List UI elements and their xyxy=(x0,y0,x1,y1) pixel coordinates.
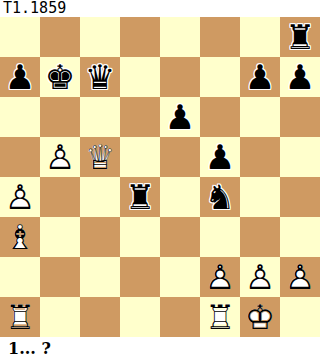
square-e6[interactable]: ♟ xyxy=(160,97,200,137)
square-g7[interactable]: ♟ xyxy=(240,57,280,97)
square-c3[interactable] xyxy=(80,217,120,257)
square-f1[interactable]: ♜♖ xyxy=(200,297,240,337)
square-d4[interactable]: ♜ xyxy=(120,177,160,217)
king-outline-icon: ♔ xyxy=(240,297,280,337)
piece-black-pawn[interactable]: ♟ xyxy=(200,137,240,177)
pawn-outline-icon: ♙ xyxy=(240,257,280,297)
chess-board: ♜♟♚♛♟♟♟♟♙♛♕♟♟♙♜♞♝♗♟♙♟♙♟♙♜♖♜♖♚♔ xyxy=(0,17,320,337)
square-d1[interactable] xyxy=(120,297,160,337)
queen-outline-icon: ♕ xyxy=(80,137,120,177)
square-e2[interactable] xyxy=(160,257,200,297)
piece-black-pawn[interactable]: ♟ xyxy=(0,57,40,97)
square-g8[interactable] xyxy=(240,17,280,57)
puzzle-title: T1.1859 xyxy=(0,0,320,17)
square-h6[interactable] xyxy=(280,97,320,137)
square-a4[interactable]: ♟♙ xyxy=(0,177,40,217)
square-e7[interactable] xyxy=(160,57,200,97)
square-e3[interactable] xyxy=(160,217,200,257)
square-b6[interactable] xyxy=(40,97,80,137)
square-b5[interactable]: ♟♙ xyxy=(40,137,80,177)
piece-black-rook[interactable]: ♜ xyxy=(280,17,320,57)
square-a5[interactable] xyxy=(0,137,40,177)
square-a7[interactable]: ♟ xyxy=(0,57,40,97)
square-h5[interactable] xyxy=(280,137,320,177)
square-h7[interactable]: ♟ xyxy=(280,57,320,97)
piece-black-pawn[interactable]: ♟ xyxy=(280,57,320,97)
rook-outline-icon: ♖ xyxy=(0,297,40,337)
pawn-outline-icon: ♙ xyxy=(40,137,80,177)
square-c5[interactable]: ♛♕ xyxy=(80,137,120,177)
square-f4[interactable]: ♞ xyxy=(200,177,240,217)
square-e5[interactable] xyxy=(160,137,200,177)
piece-black-king[interactable]: ♚ xyxy=(40,57,80,97)
square-g2[interactable]: ♟♙ xyxy=(240,257,280,297)
square-e4[interactable] xyxy=(160,177,200,217)
piece-white-pawn[interactable]: ♟♙ xyxy=(40,137,80,177)
rook-outline-icon: ♖ xyxy=(200,297,240,337)
square-h2[interactable]: ♟♙ xyxy=(280,257,320,297)
square-b1[interactable] xyxy=(40,297,80,337)
square-e1[interactable] xyxy=(160,297,200,337)
square-c4[interactable] xyxy=(80,177,120,217)
piece-white-queen[interactable]: ♛♕ xyxy=(80,137,120,177)
chess-puzzle-app: T1.1859 ♜♟♚♛♟♟♟♟♙♛♕♟♟♙♜♞♝♗♟♙♟♙♟♙♜♖♜♖♚♔ 1… xyxy=(0,0,320,360)
piece-black-knight[interactable]: ♞ xyxy=(200,177,240,217)
piece-white-pawn[interactable]: ♟♙ xyxy=(200,257,240,297)
square-d2[interactable] xyxy=(120,257,160,297)
square-g3[interactable] xyxy=(240,217,280,257)
square-f5[interactable]: ♟ xyxy=(200,137,240,177)
square-b3[interactable] xyxy=(40,217,80,257)
square-d6[interactable] xyxy=(120,97,160,137)
piece-white-pawn[interactable]: ♟♙ xyxy=(240,257,280,297)
square-a2[interactable] xyxy=(0,257,40,297)
square-b2[interactable] xyxy=(40,257,80,297)
square-g6[interactable] xyxy=(240,97,280,137)
square-d5[interactable] xyxy=(120,137,160,177)
piece-black-rook[interactable]: ♜ xyxy=(120,177,160,217)
square-h1[interactable] xyxy=(280,297,320,337)
piece-white-bishop[interactable]: ♝♗ xyxy=(0,217,40,257)
square-d7[interactable] xyxy=(120,57,160,97)
square-h3[interactable] xyxy=(280,217,320,257)
pawn-outline-icon: ♙ xyxy=(0,177,40,217)
piece-white-pawn[interactable]: ♟♙ xyxy=(0,177,40,217)
piece-black-queen[interactable]: ♛ xyxy=(80,57,120,97)
square-d8[interactable] xyxy=(120,17,160,57)
piece-black-pawn[interactable]: ♟ xyxy=(240,57,280,97)
square-c2[interactable] xyxy=(80,257,120,297)
square-f3[interactable] xyxy=(200,217,240,257)
square-f6[interactable] xyxy=(200,97,240,137)
square-c7[interactable]: ♛ xyxy=(80,57,120,97)
square-g5[interactable] xyxy=(240,137,280,177)
square-c6[interactable] xyxy=(80,97,120,137)
pawn-outline-icon: ♙ xyxy=(200,257,240,297)
square-g1[interactable]: ♚♔ xyxy=(240,297,280,337)
square-b4[interactable] xyxy=(40,177,80,217)
move-prompt: 1... ? xyxy=(0,337,320,360)
square-a1[interactable]: ♜♖ xyxy=(0,297,40,337)
square-e8[interactable] xyxy=(160,17,200,57)
bishop-outline-icon: ♗ xyxy=(0,217,40,257)
square-b8[interactable] xyxy=(40,17,80,57)
pawn-outline-icon: ♙ xyxy=(280,257,320,297)
square-c8[interactable] xyxy=(80,17,120,57)
piece-black-pawn[interactable]: ♟ xyxy=(160,97,200,137)
square-c1[interactable] xyxy=(80,297,120,337)
piece-white-rook[interactable]: ♜♖ xyxy=(0,297,40,337)
square-a8[interactable] xyxy=(0,17,40,57)
square-f8[interactable] xyxy=(200,17,240,57)
square-f2[interactable]: ♟♙ xyxy=(200,257,240,297)
square-a6[interactable] xyxy=(0,97,40,137)
square-b7[interactable]: ♚ xyxy=(40,57,80,97)
square-h4[interactable] xyxy=(280,177,320,217)
square-d3[interactable] xyxy=(120,217,160,257)
piece-white-king[interactable]: ♚♔ xyxy=(240,297,280,337)
square-a3[interactable]: ♝♗ xyxy=(0,217,40,257)
square-g4[interactable] xyxy=(240,177,280,217)
piece-white-rook[interactable]: ♜♖ xyxy=(200,297,240,337)
square-h8[interactable]: ♜ xyxy=(280,17,320,57)
square-f7[interactable] xyxy=(200,57,240,97)
piece-white-pawn[interactable]: ♟♙ xyxy=(280,257,320,297)
